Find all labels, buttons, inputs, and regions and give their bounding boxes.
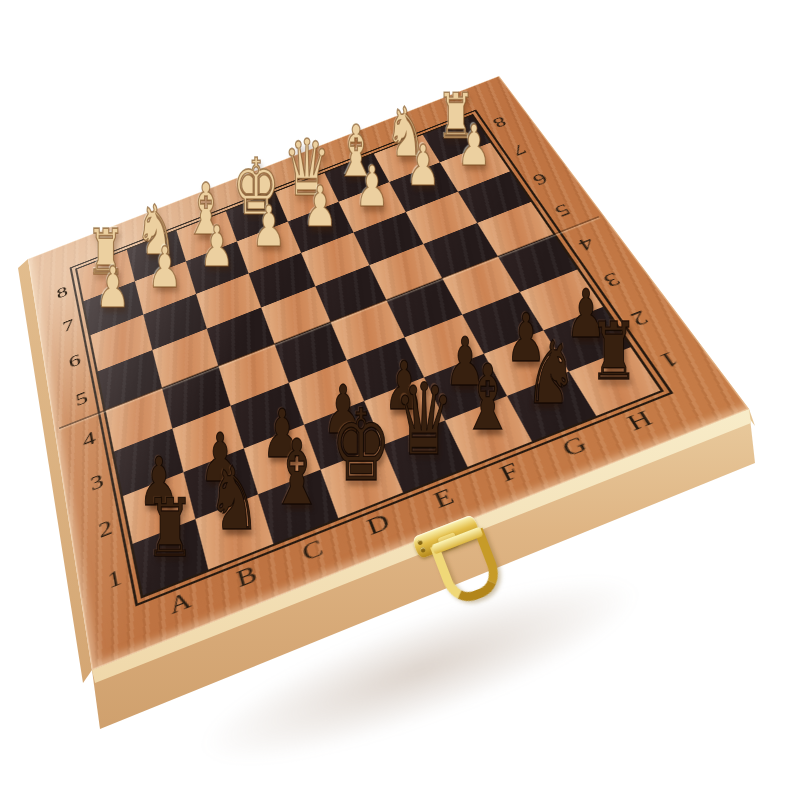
rank-label-right-6: 6 <box>529 170 550 188</box>
product-photo-chess-set: 8765432187654321ABCDEFGH ♜♞♝♚♛♝♞♜♟♟♟♟♟♟♟… <box>0 0 800 800</box>
rank-label-right-4: 4 <box>574 234 597 254</box>
rank-label-left-4: 4 <box>81 427 97 450</box>
rank-label-left-2: 2 <box>97 515 114 541</box>
rank-label-right-3: 3 <box>599 269 623 290</box>
file-label-f: F <box>496 458 523 485</box>
rank-label-left-8: 8 <box>55 283 68 301</box>
file-label-a: A <box>167 586 193 618</box>
rank-label-right-1: 1 <box>655 348 682 372</box>
rank-label-left-7: 7 <box>61 316 75 335</box>
file-label-d: D <box>363 509 392 539</box>
file-label-g: G <box>558 432 590 461</box>
file-label-c: C <box>299 535 326 565</box>
rank-label-left-3: 3 <box>89 470 105 494</box>
rank-label-right-8: 8 <box>490 114 509 130</box>
rank-label-left-5: 5 <box>74 388 89 410</box>
file-label-e: E <box>430 484 457 513</box>
rank-label-right-7: 7 <box>509 141 529 158</box>
file-label-b: B <box>234 561 260 592</box>
rank-label-left-1: 1 <box>106 565 124 593</box>
rank-label-right-2: 2 <box>626 307 651 329</box>
rank-label-left-6: 6 <box>67 351 81 371</box>
file-label-h: H <box>623 406 656 434</box>
rank-label-right-5: 5 <box>551 201 573 220</box>
